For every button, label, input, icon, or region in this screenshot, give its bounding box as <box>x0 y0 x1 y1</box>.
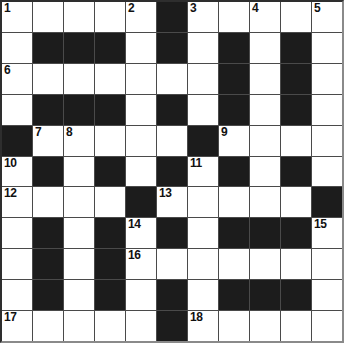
cell-0-3[interactable] <box>95 2 125 32</box>
cell-8-8[interactable] <box>250 249 280 279</box>
cell-9-7 <box>219 280 249 310</box>
clue-number: 15 <box>314 218 326 231</box>
cell-1-7 <box>219 33 249 63</box>
cell-9-4[interactable] <box>126 280 156 310</box>
cell-5-2[interactable] <box>64 157 94 187</box>
clue-number: 14 <box>128 218 140 231</box>
cell-5-6[interactable]: 11 <box>188 157 218 187</box>
cell-6-4 <box>126 187 156 217</box>
cell-0-5 <box>157 2 187 32</box>
cell-8-6[interactable] <box>188 249 218 279</box>
clue-number: 1 <box>4 2 10 15</box>
cell-8-9[interactable] <box>281 249 311 279</box>
cell-5-4[interactable] <box>126 157 156 187</box>
cell-0-0[interactable]: 1 <box>2 2 32 32</box>
cell-3-8[interactable] <box>250 95 280 125</box>
cell-0-4[interactable]: 2 <box>126 2 156 32</box>
cell-1-5 <box>157 33 187 63</box>
clue-number: 17 <box>4 311 16 324</box>
cell-0-10[interactable]: 5 <box>312 2 342 32</box>
clue-number: 18 <box>190 311 202 324</box>
cell-3-3 <box>95 95 125 125</box>
cell-5-5 <box>157 157 187 187</box>
cell-8-0[interactable] <box>2 249 32 279</box>
cell-10-0[interactable]: 17 <box>2 311 32 341</box>
clue-number: 6 <box>4 64 10 77</box>
cell-7-3 <box>95 218 125 248</box>
cell-10-6[interactable]: 18 <box>188 311 218 341</box>
cell-4-1[interactable]: 7 <box>33 126 63 156</box>
cell-5-7 <box>219 157 249 187</box>
cell-4-0 <box>2 126 32 156</box>
cell-3-7 <box>219 95 249 125</box>
cell-4-9[interactable] <box>281 126 311 156</box>
cell-6-1[interactable] <box>33 187 63 217</box>
cell-3-1 <box>33 95 63 125</box>
cell-1-2 <box>64 33 94 63</box>
cell-1-0[interactable] <box>2 33 32 63</box>
cell-2-2[interactable] <box>64 64 94 94</box>
clue-number: 13 <box>159 187 171 200</box>
cell-10-7[interactable] <box>219 311 249 341</box>
cell-9-0[interactable] <box>2 280 32 310</box>
cell-1-4[interactable] <box>126 33 156 63</box>
cell-6-5[interactable]: 13 <box>157 187 187 217</box>
cell-7-6[interactable] <box>188 218 218 248</box>
cell-6-2[interactable] <box>64 187 94 217</box>
cell-3-0[interactable] <box>2 95 32 125</box>
cell-6-10 <box>312 187 342 217</box>
crossword-board: 123456789101112131415161718 <box>0 0 344 343</box>
cell-10-1[interactable] <box>33 311 63 341</box>
clue-number: 2 <box>128 2 134 15</box>
cell-2-0[interactable]: 6 <box>2 64 32 94</box>
cell-2-8[interactable] <box>250 64 280 94</box>
cell-0-1[interactable] <box>33 2 63 32</box>
cell-6-8[interactable] <box>250 187 280 217</box>
cell-7-5 <box>157 218 187 248</box>
cell-10-2[interactable] <box>64 311 94 341</box>
clue-number: 10 <box>4 157 16 170</box>
cell-0-8[interactable]: 4 <box>250 2 280 32</box>
cell-9-10[interactable] <box>312 280 342 310</box>
cell-8-1 <box>33 249 63 279</box>
cell-7-0[interactable] <box>2 218 32 248</box>
cell-4-3[interactable] <box>95 126 125 156</box>
cell-2-6[interactable] <box>188 64 218 94</box>
cell-0-7[interactable] <box>219 2 249 32</box>
cell-10-5 <box>157 311 187 341</box>
cell-10-3[interactable] <box>95 311 125 341</box>
cell-0-9[interactable] <box>281 2 311 32</box>
cell-6-6[interactable] <box>188 187 218 217</box>
cell-3-9 <box>281 95 311 125</box>
clue-number: 7 <box>35 126 41 139</box>
cell-3-6[interactable] <box>188 95 218 125</box>
cell-4-6 <box>188 126 218 156</box>
cell-8-7[interactable] <box>219 249 249 279</box>
cell-9-9 <box>281 280 311 310</box>
cell-0-6[interactable]: 3 <box>188 2 218 32</box>
cell-2-3[interactable] <box>95 64 125 94</box>
cell-1-8[interactable] <box>250 33 280 63</box>
cell-9-1 <box>33 280 63 310</box>
cell-7-2[interactable] <box>64 218 94 248</box>
cell-5-10[interactable] <box>312 157 342 187</box>
cell-9-5 <box>157 280 187 310</box>
cell-1-3 <box>95 33 125 63</box>
cell-9-8 <box>250 280 280 310</box>
cell-4-2[interactable]: 8 <box>64 126 94 156</box>
cell-7-7 <box>219 218 249 248</box>
cell-7-4[interactable]: 14 <box>126 218 156 248</box>
cell-4-10[interactable] <box>312 126 342 156</box>
cell-2-5[interactable] <box>157 64 187 94</box>
cell-10-8[interactable] <box>250 311 280 341</box>
cell-7-1 <box>33 218 63 248</box>
cell-3-5 <box>157 95 187 125</box>
clue-number: 8 <box>66 126 72 139</box>
cell-6-9[interactable] <box>281 187 311 217</box>
cell-1-9 <box>281 33 311 63</box>
cell-6-0[interactable]: 12 <box>2 187 32 217</box>
cell-2-9 <box>281 64 311 94</box>
cell-7-10[interactable]: 15 <box>312 218 342 248</box>
cell-5-8[interactable] <box>250 157 280 187</box>
cell-10-4[interactable] <box>126 311 156 341</box>
cell-8-10[interactable] <box>312 249 342 279</box>
cell-10-10[interactable] <box>312 311 342 341</box>
cell-7-9 <box>281 218 311 248</box>
cell-7-8 <box>250 218 280 248</box>
cell-3-10[interactable] <box>312 95 342 125</box>
cell-3-2 <box>64 95 94 125</box>
cell-5-9 <box>281 157 311 187</box>
cell-5-0[interactable]: 10 <box>2 157 32 187</box>
cell-5-3 <box>95 157 125 187</box>
cell-4-7[interactable]: 9 <box>219 126 249 156</box>
cell-8-2[interactable] <box>64 249 94 279</box>
clue-number: 12 <box>4 187 16 200</box>
clue-number: 3 <box>190 2 196 15</box>
clue-number: 4 <box>252 2 258 15</box>
cell-2-4[interactable] <box>126 64 156 94</box>
cell-8-4[interactable]: 16 <box>126 249 156 279</box>
cell-2-7 <box>219 64 249 94</box>
cell-8-3 <box>95 249 125 279</box>
clue-number: 9 <box>221 126 227 139</box>
cell-1-1 <box>33 33 63 63</box>
cell-2-1[interactable] <box>33 64 63 94</box>
cell-9-3 <box>95 280 125 310</box>
cell-9-6[interactable] <box>188 280 218 310</box>
cell-9-2[interactable] <box>64 280 94 310</box>
clue-number: 5 <box>314 2 320 15</box>
cell-5-1 <box>33 157 63 187</box>
cell-2-10[interactable] <box>312 64 342 94</box>
cell-3-4[interactable] <box>126 95 156 125</box>
cell-1-6[interactable] <box>188 33 218 63</box>
cell-4-5[interactable] <box>157 126 187 156</box>
cell-6-3[interactable] <box>95 187 125 217</box>
cell-4-4[interactable] <box>126 126 156 156</box>
cell-0-2[interactable] <box>64 2 94 32</box>
clue-number: 11 <box>190 157 202 170</box>
cell-4-8[interactable] <box>250 126 280 156</box>
cell-6-7[interactable] <box>219 187 249 217</box>
cell-1-10[interactable] <box>312 33 342 63</box>
cell-10-9[interactable] <box>281 311 311 341</box>
cell-8-5[interactable] <box>157 249 187 279</box>
clue-number: 16 <box>128 249 140 262</box>
